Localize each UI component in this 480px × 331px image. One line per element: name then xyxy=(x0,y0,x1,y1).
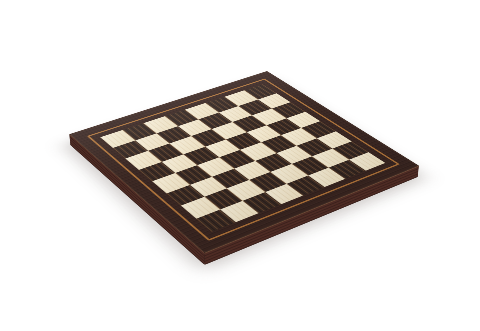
chess-board xyxy=(70,76,418,259)
board-top-surface xyxy=(70,71,419,253)
product-photo-scene xyxy=(0,0,480,331)
